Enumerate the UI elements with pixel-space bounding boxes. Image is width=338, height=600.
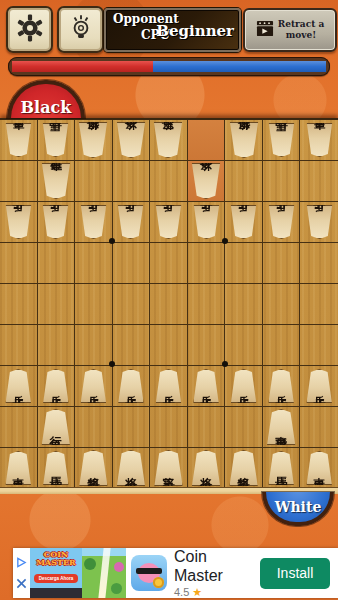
piece-white-rook[interactable]: 飛車 bbox=[41, 163, 71, 199]
black-player-badge: Black bbox=[7, 80, 85, 118]
ad-rating-value: 4.5 bbox=[174, 586, 189, 599]
cell-8d[interactable] bbox=[38, 243, 76, 284]
score-bar-black-portion bbox=[12, 61, 153, 72]
cell-8e[interactable] bbox=[38, 284, 76, 325]
piece-black-pawn[interactable]: 歩兵 bbox=[306, 369, 333, 403]
cell-9e[interactable] bbox=[0, 284, 38, 325]
clapperboard-icon bbox=[256, 20, 274, 41]
piece-black-knight[interactable]: 桂馬 bbox=[268, 451, 295, 485]
piece-white-pawn[interactable]: 歩兵 bbox=[155, 205, 182, 239]
piece-white-king[interactable]: 玉将 bbox=[153, 122, 183, 158]
piece-white-pawn[interactable]: 歩兵 bbox=[268, 205, 295, 239]
retract-label: Retract amove! bbox=[278, 19, 325, 42]
cell-7d[interactable] bbox=[75, 243, 113, 284]
cell-9h[interactable] bbox=[0, 407, 38, 448]
ad-choices-icon[interactable] bbox=[16, 554, 27, 572]
cell-9g[interactable]: 歩兵 bbox=[0, 366, 38, 407]
piece-black-pawn[interactable]: 歩兵 bbox=[117, 369, 144, 403]
cell-8f[interactable] bbox=[38, 325, 76, 366]
cell-5e[interactable] bbox=[150, 284, 188, 325]
piece-white-pawn[interactable]: 歩兵 bbox=[306, 205, 333, 239]
piece-black-pawn[interactable]: 歩兵 bbox=[193, 369, 220, 403]
install-button[interactable]: Install bbox=[260, 558, 330, 589]
piece-white-pawn[interactable]: 歩兵 bbox=[42, 205, 69, 239]
cell-4d[interactable] bbox=[188, 243, 226, 284]
ad-creative-village bbox=[82, 548, 126, 598]
cell-6d[interactable] bbox=[113, 243, 151, 284]
cell-3d[interactable] bbox=[225, 243, 263, 284]
cell-1d[interactable] bbox=[300, 243, 338, 284]
score-bar-frame bbox=[8, 57, 330, 76]
cell-4c[interactable]: 歩兵 bbox=[188, 202, 226, 243]
cell-9f[interactable] bbox=[0, 325, 38, 366]
piece-white-knight[interactable]: 桂馬 bbox=[42, 123, 69, 157]
piece-white-silver[interactable]: 銀将 bbox=[78, 122, 108, 158]
cell-4h[interactable] bbox=[188, 407, 226, 448]
piece-white-gold[interactable]: 金将 bbox=[191, 163, 221, 199]
cell-9a[interactable]: 香車 bbox=[0, 120, 38, 161]
cell-1c[interactable]: 歩兵 bbox=[300, 202, 338, 243]
ad-app-title: Coin Master bbox=[174, 547, 253, 585]
cell-2a[interactable]: 桂馬 bbox=[263, 120, 301, 161]
piece-white-pawn[interactable]: 歩兵 bbox=[230, 205, 257, 239]
hoshi-dot bbox=[222, 238, 228, 244]
retract-move-button[interactable]: Retract amove! bbox=[243, 8, 337, 52]
coin-master-app-icon[interactable] bbox=[131, 555, 167, 591]
cell-8a[interactable]: 桂馬 bbox=[38, 120, 76, 161]
cell-1f[interactable] bbox=[300, 325, 338, 366]
cell-6c[interactable]: 歩兵 bbox=[113, 202, 151, 243]
shogi-board: 香車桂馬銀将金将玉将銀将桂馬香車飛車金将歩兵歩兵歩兵歩兵歩兵歩兵歩兵歩兵歩兵歩兵… bbox=[0, 118, 338, 487]
cell-5i[interactable]: 王将 bbox=[150, 448, 188, 489]
ad-creative-bottom-bar bbox=[30, 588, 82, 598]
cell-2b[interactable] bbox=[263, 161, 301, 202]
piece-black-pawn[interactable]: 歩兵 bbox=[268, 369, 295, 403]
gear-icon bbox=[16, 14, 44, 46]
ad-creative-logo: COINMASTER bbox=[33, 550, 79, 566]
cell-9b[interactable] bbox=[0, 161, 38, 202]
opponent-panel: Opponent CPU Beginner bbox=[104, 8, 241, 52]
cell-7i[interactable]: 銀将 bbox=[75, 448, 113, 489]
score-bar-white-portion bbox=[153, 61, 326, 72]
cell-2h[interactable]: 飛車 bbox=[263, 407, 301, 448]
cell-2e[interactable] bbox=[263, 284, 301, 325]
cell-6i[interactable]: 金将 bbox=[113, 448, 151, 489]
cell-8h[interactable]: 角行 bbox=[38, 407, 76, 448]
cell-5f[interactable] bbox=[150, 325, 188, 366]
cell-6g[interactable]: 歩兵 bbox=[113, 366, 151, 407]
difficulty-level: Beginner bbox=[156, 22, 234, 40]
piece-white-lance[interactable]: 香車 bbox=[5, 123, 32, 157]
piece-black-bishop[interactable]: 角行 bbox=[41, 409, 71, 445]
cell-7c[interactable]: 歩兵 bbox=[75, 202, 113, 243]
cell-3f[interactable] bbox=[225, 325, 263, 366]
piece-black-rook[interactable]: 飛車 bbox=[266, 409, 296, 445]
cell-3a[interactable]: 銀将 bbox=[225, 120, 263, 161]
cell-7g[interactable]: 歩兵 bbox=[75, 366, 113, 407]
cell-3h[interactable] bbox=[225, 407, 263, 448]
cell-6h[interactable] bbox=[113, 407, 151, 448]
cell-2c[interactable]: 歩兵 bbox=[263, 202, 301, 243]
hoshi-dot bbox=[109, 238, 115, 244]
cell-3e[interactable] bbox=[225, 284, 263, 325]
cell-2f[interactable] bbox=[263, 325, 301, 366]
piece-black-pawn[interactable]: 歩兵 bbox=[155, 369, 182, 403]
cell-1b[interactable] bbox=[300, 161, 338, 202]
piece-white-pawn[interactable]: 歩兵 bbox=[117, 205, 144, 239]
piece-black-pawn[interactable]: 歩兵 bbox=[230, 369, 257, 403]
cell-4g[interactable]: 歩兵 bbox=[188, 366, 226, 407]
ad-creative-download-button[interactable]: Descarga Ahora bbox=[34, 574, 78, 583]
piece-white-knight[interactable]: 桂馬 bbox=[268, 123, 295, 157]
settings-button[interactable] bbox=[6, 6, 53, 53]
cell-9i[interactable]: 香車 bbox=[0, 448, 38, 489]
piece-black-pawn[interactable]: 歩兵 bbox=[42, 369, 69, 403]
cell-5h[interactable] bbox=[150, 407, 188, 448]
piece-white-pawn[interactable]: 歩兵 bbox=[193, 205, 220, 239]
white-label: White bbox=[275, 499, 322, 515]
cell-6b[interactable] bbox=[113, 161, 151, 202]
piece-black-lance[interactable]: 香車 bbox=[306, 451, 333, 485]
hoshi-dot bbox=[109, 361, 115, 367]
piece-black-lance[interactable]: 香車 bbox=[5, 451, 32, 485]
piece-white-lance[interactable]: 香車 bbox=[306, 123, 333, 157]
piece-black-king[interactable]: 王将 bbox=[153, 450, 183, 486]
cell-7a[interactable]: 銀将 bbox=[75, 120, 113, 161]
cell-4i[interactable]: 金将 bbox=[188, 448, 226, 489]
cell-8c[interactable]: 歩兵 bbox=[38, 202, 76, 243]
cell-6a[interactable]: 金将 bbox=[113, 120, 151, 161]
ad-banner: COINMASTER Descarga Ahora Coin Master 4.… bbox=[13, 548, 338, 598]
cell-1g[interactable]: 歩兵 bbox=[300, 366, 338, 407]
lightbulb-icon bbox=[67, 14, 95, 46]
piece-white-pawn[interactable]: 歩兵 bbox=[5, 205, 32, 239]
star-icon: ★ bbox=[192, 586, 202, 599]
cell-4b[interactable]: 金将 bbox=[188, 161, 226, 202]
cell-5g[interactable]: 歩兵 bbox=[150, 366, 188, 407]
cell-3c[interactable]: 歩兵 bbox=[225, 202, 263, 243]
cell-5d[interactable] bbox=[150, 243, 188, 284]
piece-black-gold[interactable]: 金将 bbox=[191, 450, 221, 486]
cell-1a[interactable]: 香車 bbox=[300, 120, 338, 161]
white-player-badge: White bbox=[262, 492, 334, 526]
piece-white-pawn[interactable]: 歩兵 bbox=[80, 205, 107, 239]
hint-button[interactable] bbox=[57, 6, 104, 53]
cell-1e[interactable] bbox=[300, 284, 338, 325]
cell-6f[interactable] bbox=[113, 325, 151, 366]
cell-8g[interactable]: 歩兵 bbox=[38, 366, 76, 407]
cell-4f[interactable] bbox=[188, 325, 226, 366]
app-screen: Opponent CPU Beginner Retract amove! Bla… bbox=[0, 0, 338, 600]
ad-close-icon[interactable] bbox=[16, 575, 27, 593]
piece-black-pawn[interactable]: 歩兵 bbox=[5, 369, 32, 403]
black-label: Black bbox=[21, 98, 72, 117]
cell-5b[interactable] bbox=[150, 161, 188, 202]
cell-4a[interactable] bbox=[188, 120, 226, 161]
cell-9c[interactable]: 歩兵 bbox=[0, 202, 38, 243]
piece-black-pawn[interactable]: 歩兵 bbox=[80, 369, 107, 403]
piece-black-silver[interactable]: 銀将 bbox=[229, 450, 259, 486]
board-area: 香車桂馬銀将金将玉将銀将桂馬香車飛車金将歩兵歩兵歩兵歩兵歩兵歩兵歩兵歩兵歩兵歩兵… bbox=[0, 118, 338, 487]
cell-7f[interactable] bbox=[75, 325, 113, 366]
cell-5c[interactable]: 歩兵 bbox=[150, 202, 188, 243]
cell-8i[interactable]: 桂馬 bbox=[38, 448, 76, 489]
piece-black-knight[interactable]: 桂馬 bbox=[42, 451, 69, 485]
cell-4e[interactable] bbox=[188, 284, 226, 325]
cell-9d[interactable] bbox=[0, 243, 38, 284]
cell-6e[interactable] bbox=[113, 284, 151, 325]
ad-creative-image[interactable]: COINMASTER Descarga Ahora bbox=[30, 548, 126, 598]
cell-7h[interactable] bbox=[75, 407, 113, 448]
cell-2g[interactable]: 歩兵 bbox=[263, 366, 301, 407]
cell-7b[interactable] bbox=[75, 161, 113, 202]
cell-2i[interactable]: 桂馬 bbox=[263, 448, 301, 489]
cell-3i[interactable]: 銀将 bbox=[225, 448, 263, 489]
cell-2d[interactable] bbox=[263, 243, 301, 284]
cell-1i[interactable]: 香車 bbox=[300, 448, 338, 489]
piece-black-silver[interactable]: 銀将 bbox=[78, 450, 108, 486]
cell-8b[interactable]: 飛車 bbox=[38, 161, 76, 202]
hoshi-dot bbox=[222, 361, 228, 367]
cell-5a[interactable]: 玉将 bbox=[150, 120, 188, 161]
cell-3g[interactable]: 歩兵 bbox=[225, 366, 263, 407]
cell-7e[interactable] bbox=[75, 284, 113, 325]
piece-white-silver[interactable]: 銀将 bbox=[229, 122, 259, 158]
cell-1h[interactable] bbox=[300, 407, 338, 448]
piece-white-gold[interactable]: 金将 bbox=[116, 122, 146, 158]
cell-3b[interactable] bbox=[225, 161, 263, 202]
piece-black-gold[interactable]: 金将 bbox=[116, 450, 146, 486]
